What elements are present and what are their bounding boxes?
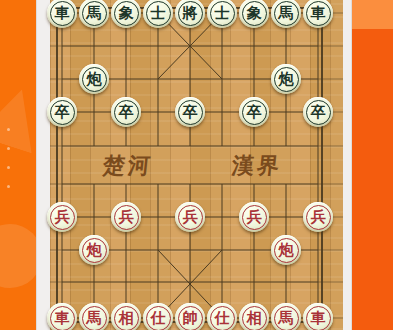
piece-glyph: 士: [215, 5, 230, 20]
piece-glyph: 卒: [247, 104, 262, 119]
piece-red-soldier[interactable]: 兵: [303, 202, 333, 232]
piece-glyph: 相: [119, 310, 134, 325]
piece-glyph: 炮: [87, 71, 102, 86]
piece-black-cannon[interactable]: 炮: [271, 64, 301, 94]
piece-black-soldier[interactable]: 卒: [175, 97, 205, 127]
piece-glyph: 卒: [55, 104, 70, 119]
river-label-right: 漢界: [225, 151, 288, 181]
board-grid: [50, 0, 343, 330]
piece-glyph: 兵: [119, 209, 134, 224]
bg-dot-decoration: [7, 147, 10, 150]
piece-glyph: 車: [55, 5, 70, 20]
piece-glyph: 炮: [87, 242, 102, 257]
piece-glyph: 馬: [87, 5, 102, 20]
piece-red-advisor[interactable]: 仕: [143, 303, 173, 330]
piece-glyph: 象: [119, 5, 134, 20]
piece-glyph: 車: [55, 310, 70, 325]
piece-glyph: 仕: [215, 310, 230, 325]
piece-glyph: 車: [311, 5, 326, 20]
piece-red-chariot[interactable]: 車: [303, 303, 333, 330]
piece-red-elephant[interactable]: 相: [239, 303, 269, 330]
piece-black-soldier[interactable]: 卒: [303, 97, 333, 127]
piece-glyph: 兵: [247, 209, 262, 224]
piece-red-advisor[interactable]: 仕: [207, 303, 237, 330]
piece-red-cannon[interactable]: 炮: [79, 235, 109, 265]
background-right: [352, 0, 393, 330]
piece-glyph: 兵: [55, 209, 70, 224]
piece-glyph: 卒: [311, 104, 326, 119]
piece-black-cannon[interactable]: 炮: [79, 64, 109, 94]
piece-glyph: 車: [311, 310, 326, 325]
piece-black-soldier[interactable]: 卒: [239, 97, 269, 127]
piece-red-chariot[interactable]: 車: [47, 303, 77, 330]
piece-glyph: 士: [151, 5, 166, 20]
piece-glyph: 象: [247, 5, 262, 20]
piece-red-horse[interactable]: 馬: [271, 303, 301, 330]
river-label-left: 楚河: [96, 151, 159, 181]
piece-glyph: 炮: [279, 242, 294, 257]
bg-dot-decoration: [7, 166, 10, 169]
bg-dot-decoration: [7, 128, 10, 131]
bg-dot-decoration: [7, 185, 10, 188]
piece-glyph: 卒: [119, 104, 134, 119]
piece-glyph: 兵: [183, 209, 198, 224]
piece-red-soldier[interactable]: 兵: [47, 202, 77, 232]
piece-red-general[interactable]: 帥: [175, 303, 205, 330]
piece-glyph: 炮: [279, 71, 294, 86]
piece-glyph: 將: [183, 5, 198, 20]
piece-glyph: 相: [247, 310, 262, 325]
piece-glyph: 馬: [279, 310, 294, 325]
piece-black-soldier[interactable]: 卒: [47, 97, 77, 127]
piece-glyph: 卒: [183, 104, 198, 119]
piece-red-horse[interactable]: 馬: [79, 303, 109, 330]
xiangqi-board[interactable]: 楚河 漢界 車馬象士將士象馬車炮炮卒卒卒卒卒兵兵兵兵兵炮炮車馬相仕帥仕相馬車: [50, 0, 343, 330]
piece-red-soldier[interactable]: 兵: [239, 202, 269, 232]
piece-glyph: 帥: [183, 310, 198, 325]
piece-glyph: 馬: [279, 5, 294, 20]
piece-red-soldier[interactable]: 兵: [175, 202, 205, 232]
piece-red-elephant[interactable]: 相: [111, 303, 141, 330]
piece-red-cannon[interactable]: 炮: [271, 235, 301, 265]
piece-glyph: 馬: [87, 310, 102, 325]
background-right-top-band: [352, 0, 393, 29]
piece-black-soldier[interactable]: 卒: [111, 97, 141, 127]
piece-glyph: 兵: [311, 209, 326, 224]
board-card: 楚河 漢界 車馬象士將士象馬車炮炮卒卒卒卒卒兵兵兵兵兵炮炮車馬相仕帥仕相馬車: [36, 0, 352, 330]
piece-red-soldier[interactable]: 兵: [111, 202, 141, 232]
piece-glyph: 仕: [151, 310, 166, 325]
